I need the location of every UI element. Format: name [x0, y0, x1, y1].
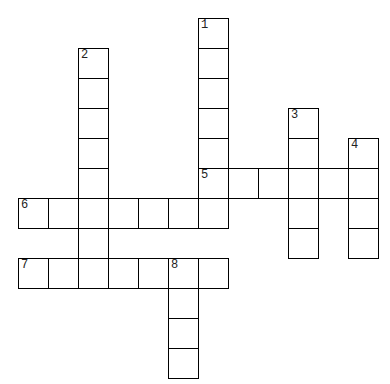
cell-r5c9[interactable] — [288, 168, 319, 199]
cell-r8c4[interactable] — [138, 258, 169, 289]
cell-r6c6[interactable] — [198, 198, 229, 229]
cell-r0c6[interactable]: 1 — [198, 18, 229, 49]
clue-number-4: 4 — [351, 140, 358, 151]
cell-r5c11[interactable] — [348, 168, 379, 199]
cell-r7c11[interactable] — [348, 228, 379, 259]
cell-r3c6[interactable] — [198, 108, 229, 139]
cell-r6c1[interactable] — [48, 198, 79, 229]
cell-r5c2[interactable] — [78, 168, 109, 199]
cell-r7c9[interactable] — [288, 228, 319, 259]
cell-r2c6[interactable] — [198, 78, 229, 109]
cell-r6c5[interactable] — [168, 198, 199, 229]
cell-r1c2[interactable]: 2 — [78, 48, 109, 79]
clue-number-5: 5 — [201, 170, 208, 181]
cell-r6c9[interactable] — [288, 198, 319, 229]
cell-r6c11[interactable] — [348, 198, 379, 229]
cell-r6c2[interactable] — [78, 198, 109, 229]
cell-r5c6[interactable]: 5 — [198, 168, 229, 199]
cell-r4c6[interactable] — [198, 138, 229, 169]
clue-number-6: 6 — [21, 200, 28, 211]
clue-number-2: 2 — [81, 50, 88, 61]
cell-r8c3[interactable] — [108, 258, 139, 289]
cell-r3c2[interactable] — [78, 108, 109, 139]
clue-number-3: 3 — [291, 110, 298, 121]
cell-r6c3[interactable] — [108, 198, 139, 229]
cell-r7c2[interactable] — [78, 228, 109, 259]
cell-r1c6[interactable] — [198, 48, 229, 79]
crossword-grid: 12345678 — [18, 18, 379, 379]
clue-number-7: 7 — [21, 260, 28, 271]
cell-r4c11[interactable]: 4 — [348, 138, 379, 169]
cell-r5c8[interactable] — [258, 168, 289, 199]
cell-r11c5[interactable] — [168, 348, 199, 379]
cell-r8c6[interactable] — [198, 258, 229, 289]
cell-r8c0[interactable]: 7 — [18, 258, 49, 289]
cell-r8c2[interactable] — [78, 258, 109, 289]
cell-r8c5[interactable]: 8 — [168, 258, 199, 289]
cell-r5c7[interactable] — [228, 168, 259, 199]
cell-r8c1[interactable] — [48, 258, 79, 289]
clue-number-8: 8 — [171, 260, 178, 271]
cell-r3c9[interactable]: 3 — [288, 108, 319, 139]
clue-number-1: 1 — [201, 20, 208, 31]
cell-r10c5[interactable] — [168, 318, 199, 349]
cell-r6c4[interactable] — [138, 198, 169, 229]
cell-r9c5[interactable] — [168, 288, 199, 319]
cell-r6c0[interactable]: 6 — [18, 198, 49, 229]
cell-r2c2[interactable] — [78, 78, 109, 109]
cell-r5c10[interactable] — [318, 168, 349, 199]
crossword-page: 12345678 — [0, 0, 390, 384]
cell-r4c2[interactable] — [78, 138, 109, 169]
cell-r4c9[interactable] — [288, 138, 319, 169]
